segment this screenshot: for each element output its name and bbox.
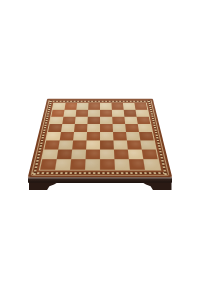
square-e5	[100, 124, 113, 132]
square-b4	[59, 132, 73, 140]
square-f6	[112, 117, 125, 124]
square-c1	[70, 159, 86, 170]
square-c2	[71, 150, 86, 160]
square-f5	[113, 124, 126, 132]
square-d3	[86, 140, 100, 149]
square-g4	[126, 132, 140, 140]
board-frame	[28, 99, 172, 178]
square-c5	[74, 124, 87, 132]
square-e4	[100, 132, 113, 140]
square-d6	[87, 117, 100, 124]
square-a5	[48, 124, 62, 132]
square-h7	[136, 110, 149, 117]
square-g3	[127, 140, 142, 149]
board-foot-left	[29, 182, 58, 190]
square-g7	[124, 110, 137, 117]
square-e3	[100, 140, 114, 149]
square-a7	[51, 110, 64, 117]
square-c4	[73, 132, 87, 140]
board-foot-right	[143, 182, 172, 190]
square-b8	[64, 103, 77, 110]
square-b2	[57, 150, 73, 160]
board-edge	[28, 177, 172, 184]
square-c3	[72, 140, 86, 149]
square-e6	[100, 117, 113, 124]
square-f7	[112, 110, 125, 117]
square-d2	[85, 150, 100, 160]
square-g2	[128, 150, 144, 160]
square-g1	[129, 159, 145, 170]
square-d1	[85, 159, 100, 170]
square-d4	[86, 132, 100, 140]
square-h1	[143, 159, 160, 170]
square-d5	[87, 124, 100, 132]
square-g6	[124, 117, 137, 124]
square-b1	[55, 159, 71, 170]
square-b6	[62, 117, 75, 124]
square-e1	[100, 159, 115, 170]
square-h3	[140, 140, 155, 149]
square-c7	[76, 110, 89, 117]
square-h2	[142, 150, 158, 160]
frame-inlay-bottom	[33, 172, 168, 174]
square-f4	[113, 132, 127, 140]
square-h4	[139, 132, 154, 140]
square-a4	[46, 132, 61, 140]
square-f3	[113, 140, 127, 149]
square-f2	[114, 150, 129, 160]
square-h6	[137, 117, 151, 124]
chess-board	[28, 99, 172, 178]
square-c8	[76, 103, 88, 110]
square-e7	[100, 110, 112, 117]
square-b7	[63, 110, 76, 117]
photo-background	[0, 0, 200, 300]
square-f1	[114, 159, 130, 170]
square-d7	[88, 110, 100, 117]
square-c6	[75, 117, 88, 124]
chess-board-squares	[38, 103, 161, 171]
square-h5	[138, 124, 152, 132]
square-e2	[100, 150, 114, 160]
square-b3	[58, 140, 73, 149]
square-g5	[125, 124, 139, 132]
square-b5	[61, 124, 75, 132]
